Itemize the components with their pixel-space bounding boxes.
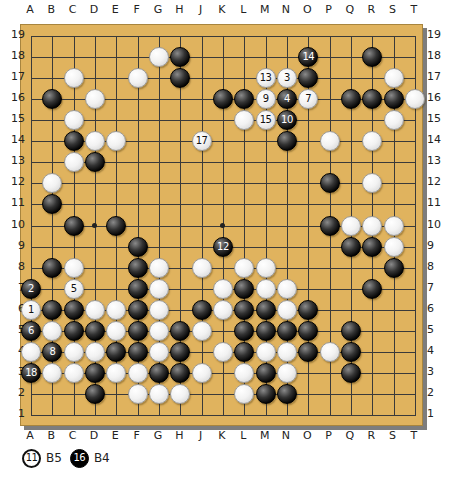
stone-P14 (320, 131, 340, 151)
stone-S10 (384, 216, 404, 236)
stone-Q16 (341, 89, 361, 109)
coord-label-right-13: 13 (427, 153, 449, 169)
stone-F3 (128, 363, 148, 383)
coord-label-left-17: 17 (0, 69, 25, 85)
stone-B8 (42, 258, 62, 278)
stone-M2 (256, 384, 276, 404)
coord-label-top-B: B (48, 3, 56, 17)
coord-label-left-2: 2 (0, 385, 25, 401)
stone-F17 (128, 68, 148, 88)
stone-O4 (298, 342, 318, 362)
stone-F5 (128, 321, 148, 341)
stone-H5 (170, 321, 190, 341)
stone-B3 (42, 363, 62, 383)
coord-label-bottom-T: T (411, 429, 418, 443)
stone-L8 (234, 258, 254, 278)
coord-label-left-10: 10 (0, 217, 25, 233)
coord-label-right-7: 7 (427, 280, 449, 296)
stone-K6 (213, 300, 233, 320)
stone-N3 (277, 363, 297, 383)
coord-label-top-J: J (199, 3, 202, 17)
stone-O6 (298, 300, 318, 320)
stone-C17 (64, 68, 84, 88)
stone-L4 (234, 342, 254, 362)
stone-F9 (128, 237, 148, 257)
stone-C4 (64, 342, 84, 362)
stone-N15: 10 (277, 110, 297, 130)
coord-label-top-C: C (69, 3, 77, 17)
stone-N6 (277, 300, 297, 320)
stone-Q9 (341, 237, 361, 257)
stone-G4 (149, 342, 169, 362)
stone-T16 (405, 89, 425, 109)
stone-A3: 18 (21, 363, 41, 383)
stone-Q10 (341, 216, 361, 236)
coord-label-bottom-J: J (199, 429, 202, 443)
stone-F4 (128, 342, 148, 362)
stone-S9 (384, 237, 404, 257)
stone-S17 (384, 68, 404, 88)
stone-M5 (256, 321, 276, 341)
coord-label-top-S: S (389, 3, 396, 17)
stone-P4 (320, 342, 340, 362)
stone-C6 (64, 300, 84, 320)
stone-S15 (384, 110, 404, 130)
coord-label-left-16: 16 (0, 90, 25, 106)
coord-label-right-8: 8 (427, 259, 449, 275)
stone-O5 (298, 321, 318, 341)
stone-L16 (234, 89, 254, 109)
coord-label-bottom-R: R (367, 429, 375, 443)
stone-O17 (298, 68, 318, 88)
coord-label-right-1: 1 (427, 406, 449, 422)
coord-label-left-19: 19 (0, 27, 25, 43)
coord-label-right-11: 11 (427, 195, 449, 211)
stone-C14 (64, 131, 84, 151)
stone-N7 (277, 279, 297, 299)
stone-G5 (149, 321, 169, 341)
go-diagram: 14133947151017122516818 11B516B4 AABBCCD… (0, 0, 450, 479)
stone-R16 (362, 89, 382, 109)
stone-H4 (170, 342, 190, 362)
stone-E3 (106, 363, 126, 383)
stone-G7 (149, 279, 169, 299)
coord-label-right-16: 16 (427, 90, 449, 106)
coord-label-left-18: 18 (0, 48, 25, 64)
coord-label-left-15: 15 (0, 111, 25, 127)
stone-N4 (277, 342, 297, 362)
star-point-K10 (220, 223, 225, 228)
coord-label-left-13: 13 (0, 153, 25, 169)
coord-label-top-E: E (112, 3, 119, 17)
coord-label-top-O: O (303, 3, 312, 17)
coord-label-left-1: 1 (0, 406, 25, 422)
stone-M16: 9 (256, 89, 276, 109)
coord-label-left-11: 11 (0, 195, 25, 211)
stone-J5 (192, 321, 212, 341)
coord-label-bottom-B: B (48, 429, 56, 443)
caption-stone-11: 11 (22, 449, 41, 468)
stone-M4 (256, 342, 276, 362)
coord-label-right-10: 10 (427, 217, 449, 233)
stone-E6 (106, 300, 126, 320)
coord-label-top-A: A (26, 3, 34, 17)
stone-J14: 17 (192, 131, 212, 151)
stone-K16 (213, 89, 233, 109)
stone-G3 (149, 363, 169, 383)
caption-item: 11B5 (22, 449, 62, 468)
coord-label-top-P: P (325, 3, 332, 17)
stone-L15 (234, 110, 254, 130)
go-grid: 14133947151017122516818 (31, 36, 416, 416)
stone-F6 (128, 300, 148, 320)
stone-C7: 5 (64, 279, 84, 299)
stone-K4 (213, 342, 233, 362)
stone-D13 (85, 152, 105, 172)
stone-N16: 4 (277, 89, 297, 109)
stone-M8 (256, 258, 276, 278)
caption-point-label: B4 (94, 451, 110, 465)
move-caption: 11B516B4 (22, 447, 114, 469)
coord-label-right-14: 14 (427, 132, 449, 148)
coord-label-bottom-A: A (26, 429, 34, 443)
coord-label-top-D: D (90, 3, 98, 17)
stone-O18: 14 (298, 47, 318, 67)
stone-J8 (192, 258, 212, 278)
stone-A6: 1 (21, 300, 41, 320)
coord-label-bottom-G: G (154, 429, 163, 443)
stone-M3 (256, 363, 276, 383)
stone-E10 (106, 216, 126, 236)
go-board: 14133947151017122516818 (20, 24, 423, 426)
stone-G2 (149, 384, 169, 404)
star-point-D10 (92, 223, 97, 228)
coord-label-right-2: 2 (427, 385, 449, 401)
coord-label-bottom-L: L (240, 429, 246, 443)
stone-N14 (277, 131, 297, 151)
stone-B6 (42, 300, 62, 320)
coord-label-top-K: K (218, 3, 225, 17)
stone-B4: 8 (42, 342, 62, 362)
coord-label-bottom-F: F (133, 429, 139, 443)
stone-E14 (106, 131, 126, 151)
stone-G18 (149, 47, 169, 67)
coord-label-bottom-D: D (90, 429, 98, 443)
stone-N17: 3 (277, 68, 297, 88)
stone-F7 (128, 279, 148, 299)
stone-L3 (234, 363, 254, 383)
stone-B12 (42, 173, 62, 193)
caption-point-label: B5 (46, 451, 62, 465)
stone-M17: 13 (256, 68, 276, 88)
stone-R7 (362, 279, 382, 299)
stone-P10 (320, 216, 340, 236)
stone-B11 (42, 194, 62, 214)
stone-A4 (21, 342, 41, 362)
coord-label-left-9: 9 (0, 238, 25, 254)
coord-label-bottom-N: N (282, 429, 290, 443)
coord-label-right-12: 12 (427, 174, 449, 190)
stone-C8 (64, 258, 84, 278)
stone-L6 (234, 300, 254, 320)
coord-label-top-T: T (411, 3, 418, 17)
stone-A7: 2 (21, 279, 41, 299)
caption-stone-16: 16 (70, 449, 89, 468)
stone-J6 (192, 300, 212, 320)
stone-G8 (149, 258, 169, 278)
coord-label-bottom-P: P (325, 429, 332, 443)
stone-F8 (128, 258, 148, 278)
coord-label-bottom-M: M (260, 429, 270, 443)
coord-label-right-18: 18 (427, 48, 449, 64)
coord-label-right-15: 15 (427, 111, 449, 127)
coord-label-left-8: 8 (0, 259, 25, 275)
stone-D5 (85, 321, 105, 341)
coord-label-top-L: L (240, 3, 246, 17)
stone-N2 (277, 384, 297, 404)
stone-O16: 7 (298, 89, 318, 109)
stone-F2 (128, 384, 148, 404)
stone-E5 (106, 321, 126, 341)
stone-J3 (192, 363, 212, 383)
stone-B16 (42, 89, 62, 109)
stone-Q5 (341, 321, 361, 341)
stone-D2 (85, 384, 105, 404)
stone-Q3 (341, 363, 361, 383)
stone-C3 (64, 363, 84, 383)
stone-K9: 12 (213, 237, 233, 257)
stone-Q4 (341, 342, 361, 362)
coord-label-left-12: 12 (0, 174, 25, 190)
coord-label-bottom-K: K (218, 429, 225, 443)
coord-label-right-19: 19 (427, 27, 449, 43)
stone-G6 (149, 300, 169, 320)
stone-C15 (64, 110, 84, 130)
coord-label-right-5: 5 (427, 322, 449, 338)
stone-R14 (362, 131, 382, 151)
coord-label-right-3: 3 (427, 364, 449, 380)
stone-D6 (85, 300, 105, 320)
stone-H2 (170, 384, 190, 404)
stone-R12 (362, 173, 382, 193)
coord-label-top-N: N (282, 3, 290, 17)
coord-label-bottom-S: S (389, 429, 396, 443)
stone-K7 (213, 279, 233, 299)
coord-label-bottom-Q: Q (346, 429, 355, 443)
stone-E4 (106, 342, 126, 362)
caption-item: 16B4 (70, 449, 110, 468)
coord-label-top-H: H (175, 3, 183, 17)
coord-label-top-F: F (133, 3, 139, 17)
stone-H17 (170, 68, 190, 88)
coord-label-right-4: 4 (427, 343, 449, 359)
stone-L7 (234, 279, 254, 299)
stone-H3 (170, 363, 190, 383)
stone-C13 (64, 152, 84, 172)
stone-D3 (85, 363, 105, 383)
stone-D4 (85, 342, 105, 362)
stone-H18 (170, 47, 190, 67)
coord-label-bottom-E: E (112, 429, 119, 443)
coord-label-right-9: 9 (427, 238, 449, 254)
stone-C10 (64, 216, 84, 236)
stone-R9 (362, 237, 382, 257)
coord-label-bottom-O: O (303, 429, 312, 443)
stone-D14 (85, 131, 105, 151)
coord-label-left-14: 14 (0, 132, 25, 148)
stone-A5: 6 (21, 321, 41, 341)
stone-C5 (64, 321, 84, 341)
stone-M7 (256, 279, 276, 299)
stone-S16 (384, 89, 404, 109)
stone-L5 (234, 321, 254, 341)
coord-label-top-R: R (367, 3, 375, 17)
coord-label-bottom-H: H (175, 429, 183, 443)
stone-R10 (362, 216, 382, 236)
stone-S8 (384, 258, 404, 278)
coord-label-bottom-C: C (69, 429, 77, 443)
stone-M15: 15 (256, 110, 276, 130)
coord-label-top-G: G (154, 3, 163, 17)
coord-label-right-17: 17 (427, 69, 449, 85)
stone-M6 (256, 300, 276, 320)
stone-B5 (42, 321, 62, 341)
coord-label-right-6: 6 (427, 301, 449, 317)
stone-P12 (320, 173, 340, 193)
stone-L2 (234, 384, 254, 404)
stone-D16 (85, 89, 105, 109)
coord-label-top-M: M (260, 3, 270, 17)
stone-R18 (362, 47, 382, 67)
stone-N5 (277, 321, 297, 341)
coord-label-top-Q: Q (346, 3, 355, 17)
